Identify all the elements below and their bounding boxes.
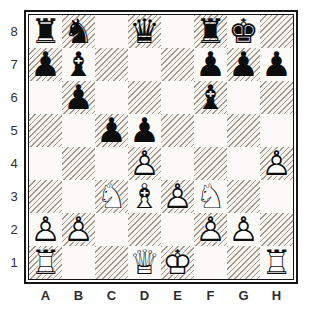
white-bishop-piece: ♗ [128, 180, 161, 213]
square-d7[interactable] [128, 48, 161, 81]
black-pawn-piece: ♟ [62, 81, 95, 114]
white-rook-backing: ♜ [29, 246, 62, 279]
square-h3[interactable] [260, 180, 293, 213]
white-knight-backing: ♞ [194, 180, 227, 213]
square-b5[interactable] [62, 114, 95, 147]
white-pawn-piece: ♙ [62, 213, 95, 246]
black-pawn-piece: ♟ [227, 48, 260, 81]
white-knight-backing: ♞ [95, 180, 128, 213]
file-label-c: C [95, 288, 128, 303]
white-pawn-piece: ♙ [161, 180, 194, 213]
square-a7[interactable]: ♟ [29, 48, 62, 81]
chess-diagram: 87654321 ♜♞♛♜♚♟♝♟♟♟♟♝♟♟♟♙♟♙♞♘♝♗♟♙♞♘♟♙♟♙♟… [0, 0, 314, 306]
square-h6[interactable] [260, 81, 293, 114]
file-label-b: B [62, 288, 95, 303]
rank-label-2: 2 [6, 213, 22, 246]
rank-label-1: 1 [6, 246, 22, 279]
white-king-backing: ♚ [161, 246, 194, 279]
white-king-piece: ♔ [161, 246, 194, 279]
square-c4[interactable] [95, 147, 128, 180]
square-f2[interactable]: ♟♙ [194, 213, 227, 246]
square-h8[interactable] [260, 15, 293, 48]
square-h1[interactable]: ♜♖ [260, 246, 293, 279]
white-pawn-piece: ♙ [260, 147, 293, 180]
square-h5[interactable] [260, 114, 293, 147]
square-e3[interactable]: ♟♙ [161, 180, 194, 213]
square-d2[interactable] [128, 213, 161, 246]
square-a5[interactable] [29, 114, 62, 147]
square-d4[interactable]: ♟♙ [128, 147, 161, 180]
square-f4[interactable] [194, 147, 227, 180]
black-rook-piece: ♜ [194, 15, 227, 48]
black-knight-piece: ♞ [62, 15, 95, 48]
square-a6[interactable] [29, 81, 62, 114]
square-f7[interactable]: ♟ [194, 48, 227, 81]
file-labels: ABCDEFGH [24, 284, 298, 306]
square-a8[interactable]: ♜ [29, 15, 62, 48]
file-label-d: D [128, 288, 161, 303]
board-border-inner: ♜♞♛♜♚♟♝♟♟♟♟♝♟♟♟♙♟♙♞♘♝♗♟♙♞♘♟♙♟♙♟♙♟♙♜♖♛♕♚♔… [28, 14, 294, 280]
square-c2[interactable] [95, 213, 128, 246]
black-bishop-piece: ♝ [194, 81, 227, 114]
square-h2[interactable] [260, 213, 293, 246]
black-pawn-piece: ♟ [260, 48, 293, 81]
file-label-e: E [161, 288, 194, 303]
square-d5[interactable]: ♟ [128, 114, 161, 147]
square-g3[interactable] [227, 180, 260, 213]
square-f1[interactable] [194, 246, 227, 279]
square-e6[interactable] [161, 81, 194, 114]
square-g6[interactable] [227, 81, 260, 114]
square-c8[interactable] [95, 15, 128, 48]
square-a2[interactable]: ♟♙ [29, 213, 62, 246]
square-d6[interactable] [128, 81, 161, 114]
rank-label-4: 4 [6, 147, 22, 180]
white-pawn-backing: ♟ [194, 213, 227, 246]
square-f5[interactable] [194, 114, 227, 147]
square-e4[interactable] [161, 147, 194, 180]
black-bishop-piece: ♝ [62, 48, 95, 81]
white-rook-backing: ♜ [260, 246, 293, 279]
square-b1[interactable] [62, 246, 95, 279]
square-h7[interactable]: ♟ [260, 48, 293, 81]
white-pawn-piece: ♙ [227, 213, 260, 246]
file-label-g: G [227, 288, 260, 303]
square-e7[interactable] [161, 48, 194, 81]
square-b7[interactable]: ♝ [62, 48, 95, 81]
square-a1[interactable]: ♜♖ [29, 246, 62, 279]
rank-label-8: 8 [6, 15, 22, 48]
square-h4[interactable]: ♟♙ [260, 147, 293, 180]
square-c7[interactable] [95, 48, 128, 81]
black-pawn-piece: ♟ [128, 114, 161, 147]
square-g2[interactable]: ♟♙ [227, 213, 260, 246]
black-queen-piece: ♛ [128, 15, 161, 48]
white-pawn-piece: ♙ [194, 213, 227, 246]
white-pawn-backing: ♟ [161, 180, 194, 213]
square-c3[interactable]: ♞♘ [95, 180, 128, 213]
square-d8[interactable]: ♛ [128, 15, 161, 48]
file-label-a: A [29, 288, 62, 303]
file-label-f: F [194, 288, 227, 303]
white-pawn-backing: ♟ [128, 147, 161, 180]
square-e8[interactable] [161, 15, 194, 48]
square-g4[interactable] [227, 147, 260, 180]
white-pawn-piece: ♙ [29, 213, 62, 246]
square-e2[interactable] [161, 213, 194, 246]
black-king-piece: ♚ [227, 15, 260, 48]
square-g5[interactable] [227, 114, 260, 147]
white-queen-backing: ♛ [128, 246, 161, 279]
square-c5[interactable]: ♟ [95, 114, 128, 147]
rank-label-6: 6 [6, 81, 22, 114]
black-pawn-piece: ♟ [29, 48, 62, 81]
white-rook-piece: ♖ [260, 246, 293, 279]
chess-board: ♜♞♛♜♚♟♝♟♟♟♟♝♟♟♟♙♟♙♞♘♝♗♟♙♞♘♟♙♟♙♟♙♟♙♜♖♛♕♚♔… [29, 15, 293, 279]
white-pawn-piece: ♙ [128, 147, 161, 180]
square-b2[interactable]: ♟♙ [62, 213, 95, 246]
white-pawn-backing: ♟ [260, 147, 293, 180]
square-c1[interactable] [95, 246, 128, 279]
black-rook-piece: ♜ [29, 15, 62, 48]
white-bishop-backing: ♝ [128, 180, 161, 213]
square-f6[interactable]: ♝ [194, 81, 227, 114]
black-pawn-piece: ♟ [95, 114, 128, 147]
white-pawn-backing: ♟ [29, 213, 62, 246]
square-e1[interactable]: ♚♔ [161, 246, 194, 279]
square-g8[interactable]: ♚ [227, 15, 260, 48]
square-b3[interactable] [62, 180, 95, 213]
square-g1[interactable] [227, 246, 260, 279]
square-f8[interactable]: ♜ [194, 15, 227, 48]
white-knight-piece: ♘ [194, 180, 227, 213]
square-g7[interactable]: ♟ [227, 48, 260, 81]
square-c6[interactable] [95, 81, 128, 114]
white-rook-piece: ♖ [29, 246, 62, 279]
square-b4[interactable] [62, 147, 95, 180]
square-d1[interactable]: ♛♕ [128, 246, 161, 279]
rank-labels: 87654321 [6, 10, 22, 284]
square-b6[interactable]: ♟ [62, 81, 95, 114]
white-knight-piece: ♘ [95, 180, 128, 213]
white-pawn-backing: ♟ [227, 213, 260, 246]
square-f3[interactable]: ♞♘ [194, 180, 227, 213]
square-d3[interactable]: ♝♗ [128, 180, 161, 213]
square-a3[interactable] [29, 180, 62, 213]
white-queen-piece: ♕ [128, 246, 161, 279]
white-pawn-backing: ♟ [62, 213, 95, 246]
rank-label-5: 5 [6, 114, 22, 147]
square-b8[interactable]: ♞ [62, 15, 95, 48]
rank-label-7: 7 [6, 48, 22, 81]
black-pawn-piece: ♟ [194, 48, 227, 81]
board-border-outer: ♜♞♛♜♚♟♝♟♟♟♟♝♟♟♟♙♟♙♞♘♝♗♟♙♞♘♟♙♟♙♟♙♟♙♜♖♛♕♚♔… [24, 10, 298, 284]
rank-label-3: 3 [6, 180, 22, 213]
file-label-h: H [260, 288, 293, 303]
square-e5[interactable] [161, 114, 194, 147]
square-a4[interactable] [29, 147, 62, 180]
